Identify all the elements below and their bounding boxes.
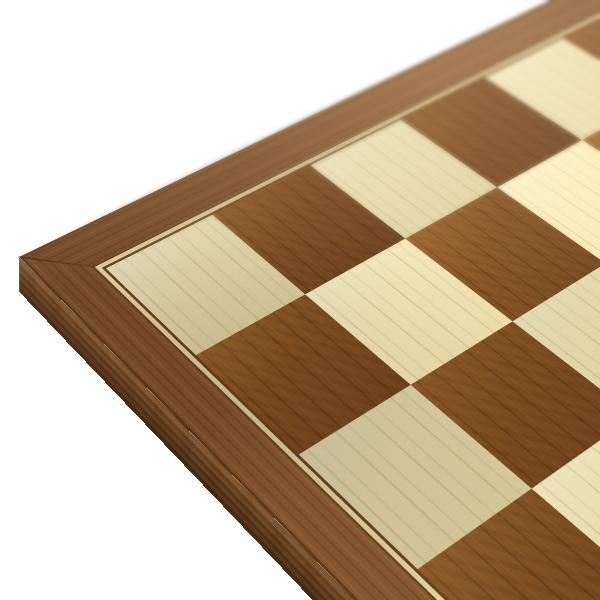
chessboard: [19, 0, 600, 600]
board-3d-stage: [0, 0, 600, 600]
chessboard-photo: [0, 0, 600, 600]
